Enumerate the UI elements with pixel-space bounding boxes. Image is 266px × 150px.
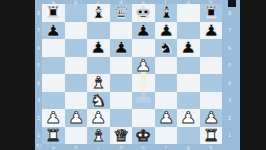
- square-h8[interactable]: ♜: [200, 4, 223, 22]
- square-d4[interactable]: [110, 74, 133, 92]
- square-e5[interactable]: ♟: [132, 57, 155, 75]
- flip-board-icon[interactable]: ↻: [35, 141, 42, 150]
- file-labels-bottom: abcdefgh: [42, 144, 222, 150]
- square-a4[interactable]: [42, 74, 65, 92]
- square-d5[interactable]: [110, 57, 133, 75]
- white-rook-a1[interactable]: ♜: [45, 127, 61, 145]
- white-bishop-c1[interactable]: ♝: [90, 127, 106, 145]
- square-a6[interactable]: [42, 39, 65, 57]
- square-a8[interactable]: ♜: [42, 4, 65, 22]
- white-pawn-f2[interactable]: ♟: [158, 109, 174, 127]
- square-h2[interactable]: ♟: [200, 109, 223, 127]
- rank-label-1: 1: [222, 127, 240, 145]
- rank-labels-right: 87654321: [222, 4, 240, 144]
- square-f2[interactable]: ♟: [155, 109, 178, 127]
- square-h5[interactable]: [200, 57, 223, 75]
- black-rook-a8[interactable]: ♜: [45, 4, 61, 22]
- black-knight-f6[interactable]: ♞: [158, 39, 174, 57]
- rank-label-2: 2: [35, 109, 42, 127]
- white-pawn-e5[interactable]: ♟: [135, 57, 151, 75]
- square-c1[interactable]: ♝: [87, 127, 110, 145]
- square-e8[interactable]: ♚: [132, 4, 155, 22]
- square-f7[interactable]: ♟: [155, 22, 178, 40]
- rank-label-4: 4: [35, 74, 42, 92]
- square-d6[interactable]: ♟: [110, 39, 133, 57]
- square-h3[interactable]: [200, 92, 223, 110]
- square-h4[interactable]: [200, 74, 223, 92]
- square-c8[interactable]: ♝: [87, 4, 110, 22]
- rank-label-3: 3: [35, 92, 42, 110]
- black-queen-d8[interactable]: ♛: [113, 4, 129, 22]
- square-c5[interactable]: [87, 57, 110, 75]
- white-king-e1[interactable]: ♚: [135, 127, 151, 145]
- square-g5[interactable]: [177, 57, 200, 75]
- square-e2[interactable]: [132, 109, 155, 127]
- square-f1[interactable]: [155, 127, 178, 145]
- corner-marker: [228, 0, 236, 7]
- white-pawn-g2[interactable]: ♟: [180, 109, 196, 127]
- file-label-g: g: [177, 144, 200, 150]
- square-h6[interactable]: [200, 39, 223, 57]
- rank-label-7: 7: [35, 22, 42, 40]
- white-pawn-h2[interactable]: ♟: [203, 109, 219, 127]
- black-pawn-h7[interactable]: ♟: [203, 22, 219, 40]
- black-pawn-f7[interactable]: ♟: [158, 22, 174, 40]
- square-b1[interactable]: [65, 127, 88, 145]
- white-pawn-c2[interactable]: ♟: [90, 109, 106, 127]
- square-g7[interactable]: [177, 22, 200, 40]
- square-h7[interactable]: ♟: [200, 22, 223, 40]
- white-pawn-b2[interactable]: ♟: [68, 109, 84, 127]
- rank-label-4: 4: [222, 74, 240, 92]
- square-b7[interactable]: [65, 22, 88, 40]
- square-a2[interactable]: ♟: [42, 109, 65, 127]
- square-b2[interactable]: ♟: [65, 109, 88, 127]
- square-b5[interactable]: [65, 57, 88, 75]
- square-e1[interactable]: ♚: [132, 127, 155, 145]
- file-label-d: d: [110, 144, 133, 150]
- rank-label-2: 2: [222, 109, 240, 127]
- square-f5[interactable]: [155, 57, 178, 75]
- square-d8[interactable]: ♛: [110, 4, 133, 22]
- square-f6[interactable]: ♞: [155, 39, 178, 57]
- square-a3[interactable]: [42, 92, 65, 110]
- square-d7[interactable]: [110, 22, 133, 40]
- file-label-a: a: [42, 144, 65, 150]
- black-bishop-f8[interactable]: ♝: [158, 4, 174, 22]
- file-label-b: b: [65, 144, 88, 150]
- board-grid: ♜♝♛♚♝♜♟♟♟♟♟♟♞♟♟♝♞♟♟♟♟♟♟♜♝♛♚♜: [42, 4, 222, 144]
- square-c6[interactable]: ♟: [87, 39, 110, 57]
- square-g2[interactable]: ♟: [177, 109, 200, 127]
- rank-label-6: 6: [222, 39, 240, 57]
- rank-label-8: 8: [35, 4, 42, 22]
- square-b4[interactable]: [65, 74, 88, 92]
- rank-labels-left: 87654321: [35, 4, 42, 144]
- square-c3[interactable]: ♞: [87, 92, 110, 110]
- rank-label-5: 5: [35, 57, 42, 75]
- black-pawn-g6[interactable]: ♟: [180, 39, 196, 57]
- black-rook-h8[interactable]: ♜: [203, 4, 219, 22]
- square-e6[interactable]: [132, 39, 155, 57]
- rank-label-5: 5: [222, 57, 240, 75]
- square-f4[interactable]: [155, 74, 178, 92]
- black-pawn-a7[interactable]: ♟: [45, 22, 61, 40]
- white-bishop-c4[interactable]: ♝: [90, 74, 106, 92]
- white-queen-d1[interactable]: ♛: [113, 127, 129, 145]
- square-d2[interactable]: [110, 109, 133, 127]
- square-g4[interactable]: [177, 74, 200, 92]
- rank-label-6: 6: [35, 39, 42, 57]
- square-d1[interactable]: ♛: [110, 127, 133, 145]
- black-king-e8[interactable]: ♚: [135, 4, 151, 22]
- square-b6[interactable]: [65, 39, 88, 57]
- white-rook-h1[interactable]: ♜: [203, 127, 219, 145]
- square-b8[interactable]: [65, 4, 88, 22]
- square-a7[interactable]: ♟: [42, 22, 65, 40]
- chess-board: abcdefgh 87654321 87654321 abcdefgh ♜♝♛♚…: [35, 0, 240, 150]
- square-f3[interactable]: [155, 92, 178, 110]
- square-c4[interactable]: ♝: [87, 74, 110, 92]
- square-a5[interactable]: [42, 57, 65, 75]
- square-c7[interactable]: [87, 22, 110, 40]
- file-label-h: h: [200, 144, 223, 150]
- file-label-e: e: [132, 144, 155, 150]
- square-b3[interactable]: [65, 92, 88, 110]
- square-a1[interactable]: ♜: [42, 127, 65, 145]
- black-pawn-e7[interactable]: ♟: [135, 22, 151, 40]
- white-knight-c3[interactable]: ♞: [90, 92, 106, 110]
- square-c2[interactable]: ♟: [87, 109, 110, 127]
- black-pawn-d6[interactable]: ♟: [113, 39, 129, 57]
- rank-label-7: 7: [222, 22, 240, 40]
- square-g3[interactable]: [177, 92, 200, 110]
- square-g8[interactable]: [177, 4, 200, 22]
- white-pawn-a2[interactable]: ♟: [45, 109, 61, 127]
- square-h1[interactable]: ♜: [200, 127, 223, 145]
- rank-label-3: 3: [222, 92, 240, 110]
- black-bishop-c8[interactable]: ♝: [90, 4, 106, 22]
- square-e7[interactable]: ♟: [132, 22, 155, 40]
- square-f8[interactable]: ♝: [155, 4, 178, 22]
- file-label-f: f: [155, 144, 178, 150]
- video-frame: abcdefgh 87654321 87654321 abcdefgh ♜♝♛♚…: [0, 0, 266, 150]
- black-pawn-c6[interactable]: ♟: [90, 39, 106, 57]
- square-g6[interactable]: ♟: [177, 39, 200, 57]
- square-g1[interactable]: [177, 127, 200, 145]
- square-d3[interactable]: [110, 92, 133, 110]
- file-label-c: c: [87, 144, 110, 150]
- faint-highlight-e3: [136, 97, 151, 103]
